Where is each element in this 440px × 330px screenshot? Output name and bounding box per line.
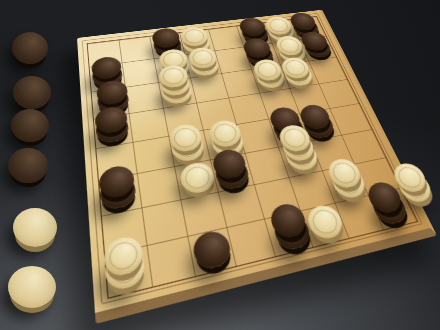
off-board-light-piece-1[interactable] bbox=[13, 208, 57, 247]
square-b8[interactable] bbox=[148, 236, 196, 287]
photo-scene bbox=[0, 0, 440, 330]
off-board-dark-piece-2[interactable] bbox=[13, 76, 51, 109]
checker-column-light-c3[interactable] bbox=[160, 79, 194, 106]
off-board-light-piece-2[interactable] bbox=[8, 266, 56, 308]
off-board-dark-piece-3[interactable] bbox=[11, 109, 49, 142]
off-board-dark-piece-1[interactable] bbox=[12, 32, 48, 64]
off-board-dark-piece-4[interactable] bbox=[8, 148, 48, 183]
checker-column-light-d2[interactable] bbox=[189, 53, 221, 77]
